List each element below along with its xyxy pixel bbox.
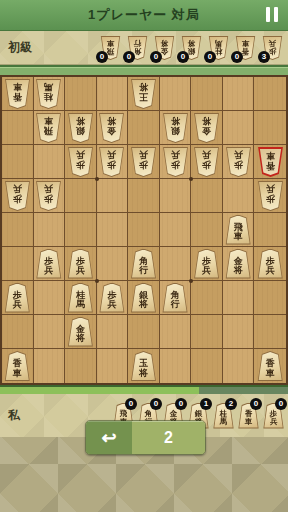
opponent-captured-tray: 飛車0角行0金将0銀将0桂馬0香車0歩兵3 — [97, 33, 288, 63]
piece-kanji: 角行 — [163, 284, 188, 312]
opponent-bar: 初級 飛車0角行0金将0銀将0桂馬0香車0歩兵3 — [0, 31, 288, 65]
board-cell-r3c8[interactable]: 歩兵 — [223, 145, 255, 179]
piece-kanji: 金将 — [68, 318, 93, 346]
piece-kanji: 金将 — [194, 114, 219, 142]
shogi-piece-桂馬[interactable]: 桂馬 — [35, 79, 62, 109]
board-cell-r2c5[interactable] — [128, 111, 160, 145]
board-cell-r1c8[interactable] — [223, 77, 255, 111]
board-cell-r5c2[interactable] — [34, 213, 66, 247]
shogi-piece-歩兵[interactable]: 歩兵 — [4, 283, 31, 313]
board-cell-r9c1[interactable]: 香車 — [2, 349, 34, 383]
board-cell-r1c2[interactable]: 桂馬 — [34, 77, 66, 111]
hand-count-badge: 2 — [225, 398, 237, 410]
shogi-piece-香車[interactable]: 香車 — [257, 147, 284, 177]
piece-kanji: 歩兵 — [194, 250, 219, 278]
hand-count-badge: 0 — [175, 398, 187, 410]
hand-count-badge: 1 — [200, 398, 212, 410]
hand-slot-rook[interactable]: 飛車0 — [97, 33, 124, 63]
board-cell-r5c7[interactable] — [191, 213, 223, 247]
piece-kanji: 玉将 — [131, 352, 156, 380]
piece-kanji: 銀将 — [68, 114, 93, 142]
shogi-piece-金将[interactable]: 金将 — [193, 113, 220, 143]
shogi-piece-歩兵[interactable]: 歩兵 — [257, 181, 284, 211]
piece-kanji: 歩兵 — [226, 148, 251, 176]
board-cell-r7c6[interactable]: 角行 — [160, 281, 192, 315]
shogi-piece-飛車[interactable]: 飛車 — [225, 215, 252, 245]
board-cell-r4c7[interactable] — [191, 179, 223, 213]
shogi-piece-銀将[interactable]: 銀将 — [162, 113, 189, 143]
board-cell-r2c2[interactable]: 飛車 — [34, 111, 66, 145]
board-cell-r3c5[interactable]: 歩兵 — [128, 145, 160, 179]
board-cell-r4c1[interactable]: 歩兵 — [2, 179, 34, 213]
shogi-piece-歩兵[interactable]: 歩兵 — [257, 249, 284, 279]
hand-count-badge: 0 — [250, 398, 262, 410]
hand-slot-lance[interactable]: 香車0 — [232, 33, 259, 63]
board-cell-r6c1[interactable] — [2, 247, 34, 281]
board-grid: 香車桂馬王将飛車銀将金将銀将金将歩兵歩兵歩兵歩兵歩兵歩兵香車歩兵歩兵歩兵飛車歩兵… — [2, 77, 286, 383]
shogi-piece-金将[interactable]: 金将 — [67, 317, 94, 347]
board-cell-r5c3[interactable] — [65, 213, 97, 247]
board-cell-r5c8[interactable]: 飛車 — [223, 213, 255, 247]
hoshi-dot — [95, 279, 99, 283]
shogi-piece-歩兵[interactable]: 歩兵 — [98, 283, 125, 313]
piece-kanji: 桂馬 — [36, 80, 61, 108]
piece-kanji: 歩兵 — [131, 148, 156, 176]
piece-kanji: 香車 — [5, 352, 30, 380]
hand-slot-pawn[interactable]: 歩兵0 — [261, 400, 286, 432]
piece-kanji: 香車 — [5, 80, 30, 108]
hand-slot-gold[interactable]: 金将0 — [151, 33, 178, 63]
board-cell-r9c4[interactable] — [97, 349, 129, 383]
piece-kanji: 香車 — [258, 352, 283, 380]
hand-slot-bishop[interactable]: 角行0 — [124, 33, 151, 63]
board-cell-r8c7[interactable] — [191, 315, 223, 349]
hand-count-badge: 0 — [150, 51, 162, 63]
board-cell-r7c1[interactable]: 歩兵 — [2, 281, 34, 315]
board-cell-r2c9[interactable] — [254, 111, 286, 145]
board-cell-r8c6[interactable] — [160, 315, 192, 349]
board-cell-r9c8[interactable] — [223, 349, 255, 383]
board-cell-r2c8[interactable] — [223, 111, 255, 145]
board-cell-r8c8[interactable] — [223, 315, 255, 349]
board-cell-r4c8[interactable] — [223, 179, 255, 213]
piece-kanji: 歩兵 — [194, 148, 219, 176]
board-cell-r3c6[interactable]: 歩兵 — [160, 145, 192, 179]
shogi-piece-歩兵[interactable]: 歩兵 — [130, 147, 157, 177]
piece-kanji: 銀将 — [131, 284, 156, 312]
board-cell-r9c9[interactable]: 香車 — [254, 349, 286, 383]
pause-icon — [266, 7, 270, 22]
board-cell-r9c3[interactable] — [65, 349, 97, 383]
board-cell-r3c4[interactable]: 歩兵 — [97, 145, 129, 179]
board-cell-r9c7[interactable] — [191, 349, 223, 383]
board-cell-r6c8[interactable]: 金将 — [223, 247, 255, 281]
piece-kanji: 角行 — [131, 250, 156, 278]
hand-slot-knight[interactable]: 桂馬0 — [205, 33, 232, 63]
shogi-piece-香車[interactable]: 香車 — [257, 351, 284, 381]
hoshi-dot — [95, 177, 99, 181]
shogi-piece-歩兵[interactable]: 歩兵 — [35, 249, 62, 279]
shogi-piece-角行[interactable]: 角行 — [130, 249, 157, 279]
board-cell-r6c7[interactable]: 歩兵 — [191, 247, 223, 281]
piece-kanji: 飛車 — [226, 216, 251, 244]
board-cell-r5c1[interactable] — [2, 213, 34, 247]
shogi-piece-歩兵[interactable]: 歩兵 — [4, 181, 31, 211]
board-cell-r3c9[interactable]: 香車 — [254, 145, 286, 179]
board-cell-r1c4[interactable] — [97, 77, 129, 111]
board-cell-r5c5[interactable] — [128, 213, 160, 247]
board-cell-r3c7[interactable]: 歩兵 — [191, 145, 223, 179]
piece-kanji: 歩兵 — [36, 182, 61, 210]
piece-kanji: 銀将 — [163, 114, 188, 142]
piece-kanji: 金将 — [226, 250, 251, 278]
shogi-piece-金将[interactable]: 金将 — [98, 113, 125, 143]
board-cell-r6c3[interactable]: 歩兵 — [65, 247, 97, 281]
board-cell-r7c2[interactable] — [34, 281, 66, 315]
shogi-piece-歩兵[interactable]: 歩兵 — [67, 147, 94, 177]
board-cell-r8c4[interactable] — [97, 315, 129, 349]
shogi-app: 1プレーヤー 対局 初級 飛車0角行0金将0銀将0桂馬0香車0歩兵3 香車桂馬王… — [0, 0, 288, 512]
piece-kanji: 桂馬 — [68, 284, 93, 312]
board-cell-r6c5[interactable]: 角行 — [128, 247, 160, 281]
board-cell-r5c6[interactable] — [160, 213, 192, 247]
shogi-piece-香車[interactable]: 香車 — [4, 79, 31, 109]
board-cell-r2c6[interactable]: 銀将 — [160, 111, 192, 145]
hand-count-badge: 3 — [258, 51, 270, 63]
piece-kanji: 王将 — [131, 80, 156, 108]
hand-count-badge: 0 — [177, 51, 189, 63]
board-cell-r3c1[interactable] — [2, 145, 34, 179]
board-cell-r2c4[interactable]: 金将 — [97, 111, 129, 145]
piece-kanji: 歩兵 — [163, 148, 188, 176]
shogi-piece-飛車[interactable]: 飛車 — [35, 113, 62, 143]
shogi-piece-銀将[interactable]: 銀将 — [130, 283, 157, 313]
shogi-piece-歩兵[interactable]: 歩兵 — [193, 249, 220, 279]
board-cell-r1c3[interactable] — [65, 77, 97, 111]
board-cell-r2c7[interactable]: 金将 — [191, 111, 223, 145]
board-cell-r5c4[interactable] — [97, 213, 129, 247]
board-cell-r6c9[interactable]: 歩兵 — [254, 247, 286, 281]
pause-icon — [274, 7, 278, 22]
board-cell-r4c6[interactable] — [160, 179, 192, 213]
turn-gauge-fill — [0, 387, 199, 394]
shogi-piece-歩兵[interactable]: 歩兵 — [67, 249, 94, 279]
header: 1プレーヤー 対局 — [0, 0, 288, 31]
board-cell-r7c7[interactable] — [191, 281, 223, 315]
hoshi-dot — [189, 177, 193, 181]
shogi-piece-角行[interactable]: 角行 — [162, 283, 189, 313]
board-cell-r4c3[interactable] — [65, 179, 97, 213]
opponent-level-label: 初級 — [8, 39, 32, 56]
hand-slot-knight[interactable]: 桂馬2 — [211, 400, 236, 432]
hand-count-badge: 0 — [150, 398, 162, 410]
piece-kanji: 歩兵 — [5, 284, 30, 312]
board-cell-r8c5[interactable] — [128, 315, 160, 349]
board-cell-r1c5[interactable]: 王将 — [128, 77, 160, 111]
board-top-edge — [0, 65, 288, 75]
shogi-piece-歩兵[interactable]: 歩兵 — [35, 181, 62, 211]
board-cell-r8c2[interactable] — [34, 315, 66, 349]
undo-count: 2 — [132, 421, 205, 454]
board-cell-r7c3[interactable]: 桂馬 — [65, 281, 97, 315]
shogi-piece-歩兵[interactable]: 歩兵 — [193, 147, 220, 177]
board-cell-r8c1[interactable] — [2, 315, 34, 349]
board-cell-r2c3[interactable]: 銀将 — [65, 111, 97, 145]
piece-kanji: 飛車 — [36, 114, 61, 142]
piece-kanji: 香車 — [259, 149, 282, 175]
board-cell-r4c2[interactable]: 歩兵 — [34, 179, 66, 213]
board-cell-r3c2[interactable] — [34, 145, 66, 179]
hand-slot-lance[interactable]: 香車0 — [236, 400, 261, 432]
board-cell-r9c2[interactable] — [34, 349, 66, 383]
shogi-piece-王将[interactable]: 王将 — [130, 79, 157, 109]
hand-count-badge: 0 — [123, 51, 135, 63]
piece-kanji: 歩兵 — [99, 284, 124, 312]
board-cell-r7c8[interactable] — [223, 281, 255, 315]
hand-slot-pawn[interactable]: 歩兵3 — [259, 33, 286, 63]
piece-kanji: 金将 — [99, 114, 124, 142]
board-cell-r9c5[interactable]: 玉将 — [128, 349, 160, 383]
hand-count-badge: 0 — [231, 51, 243, 63]
undo-button[interactable]: ↩ 2 — [85, 420, 206, 455]
board-cell-r9c6[interactable] — [160, 349, 192, 383]
board-cell-r2c1[interactable] — [2, 111, 34, 145]
piece-kanji: 歩兵 — [5, 182, 30, 210]
board-cell-r1c9[interactable] — [254, 77, 286, 111]
board-cell-r7c5[interactable]: 銀将 — [128, 281, 160, 315]
hoshi-dot — [189, 279, 193, 283]
hand-count-badge: 0 — [204, 51, 216, 63]
board-cell-r8c9[interactable] — [254, 315, 286, 349]
board-cell-r6c2[interactable]: 歩兵 — [34, 247, 66, 281]
piece-kanji: 歩兵 — [258, 250, 283, 278]
piece-kanji: 歩兵 — [36, 250, 61, 278]
shogi-piece-銀将[interactable]: 銀将 — [67, 113, 94, 143]
hand-count-badge: 0 — [125, 398, 137, 410]
board-cell-r1c1[interactable]: 香車 — [2, 77, 34, 111]
board-cell-r5c9[interactable] — [254, 213, 286, 247]
pause-button[interactable] — [266, 7, 278, 22]
board-cell-r1c6[interactable] — [160, 77, 192, 111]
piece-kanji: 歩兵 — [258, 182, 283, 210]
piece-kanji: 歩兵 — [68, 250, 93, 278]
board-cell-r6c4[interactable] — [97, 247, 129, 281]
shogi-piece-香車[interactable]: 香車 — [4, 351, 31, 381]
shogi-piece-歩兵[interactable]: 歩兵 — [162, 147, 189, 177]
shogi-piece-歩兵[interactable]: 歩兵 — [225, 147, 252, 177]
shogi-piece-歩兵[interactable]: 歩兵 — [98, 147, 125, 177]
board-cell-r4c4[interactable] — [97, 179, 129, 213]
hand-count-badge: 0 — [275, 398, 287, 410]
board-cell-r1c7[interactable] — [191, 77, 223, 111]
undo-arrow-icon[interactable]: ↩ — [86, 421, 132, 454]
piece-kanji: 歩兵 — [68, 148, 93, 176]
page-title: 1プレーヤー 対局 — [88, 6, 200, 24]
board-cell-r4c9[interactable]: 歩兵 — [254, 179, 286, 213]
shogi-piece-玉将[interactable]: 玉将 — [130, 351, 157, 381]
shogi-piece-桂馬[interactable]: 桂馬 — [67, 283, 94, 313]
turn-gauge — [0, 385, 288, 394]
board-cell-r7c9[interactable] — [254, 281, 286, 315]
hand-count-badge: 0 — [96, 51, 108, 63]
board-cell-r7c4[interactable]: 歩兵 — [97, 281, 129, 315]
player-label: 私 — [8, 407, 20, 424]
board-cell-r8c3[interactable]: 金将 — [65, 315, 97, 349]
shogi-piece-金将[interactable]: 金将 — [225, 249, 252, 279]
piece-kanji: 歩兵 — [99, 148, 124, 176]
board-cell-r3c3[interactable]: 歩兵 — [65, 145, 97, 179]
board-cell-r6c6[interactable] — [160, 247, 192, 281]
hand-slot-silver[interactable]: 銀将0 — [178, 33, 205, 63]
board-cell-r4c5[interactable] — [128, 179, 160, 213]
shogi-board: 香車桂馬王将飛車銀将金将銀将金将歩兵歩兵歩兵歩兵歩兵歩兵香車歩兵歩兵歩兵飛車歩兵… — [0, 75, 288, 385]
